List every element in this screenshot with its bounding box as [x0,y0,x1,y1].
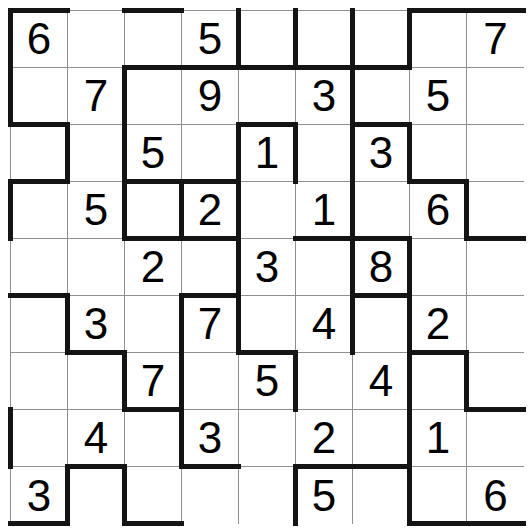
region-border-h-r5c1 [8,293,70,298]
cell-r5c7-given[interactable]: 8 [353,239,410,296]
cell-r5c6[interactable] [296,239,353,296]
cell-r6c7[interactable] [353,296,410,353]
cell-r2c6-given[interactable]: 3 [296,68,353,125]
region-border-v-c4r1 [236,8,241,70]
region-border-h-r1c6 [293,65,355,70]
cell-r3c8[interactable] [410,125,467,182]
cell-r7c8[interactable] [410,353,467,410]
outer-border-bottom-c1 [8,521,70,526]
cell-r5c2[interactable] [68,239,125,296]
outer-border-bottom-c8 [407,521,469,526]
region-border-h-r6c2 [65,350,127,355]
cell-r1c4-given[interactable]: 5 [182,11,239,68]
outer-border-bottom-c3 [122,521,184,526]
region-border-v-c6r2 [350,65,355,127]
cell-r9c3[interactable] [125,467,182,524]
cell-r2c2-given[interactable]: 7 [68,68,125,125]
cell-r2c4-given[interactable]: 9 [182,68,239,125]
region-border-v-c3r6 [179,293,184,355]
cell-r1c7[interactable] [353,11,410,68]
cell-r2c5[interactable] [239,68,296,125]
cell-r6c5[interactable] [239,296,296,353]
outer-border-top-c1 [8,8,70,13]
cell-r7c7-given[interactable]: 4 [353,353,410,410]
cell-r3c9[interactable] [467,125,524,182]
region-border-h-r5c4 [179,293,241,298]
region-border-v-c7r6 [407,293,412,355]
region-border-h-r7c9 [464,407,526,412]
cell-r7c4[interactable] [182,353,239,410]
region-border-v-c2r7 [122,350,127,412]
region-border-v-c5r7 [293,350,298,412]
cell-r8c4-given[interactable]: 3 [182,410,239,467]
region-border-v-c6r6 [350,293,355,355]
cell-r3c7-given[interactable]: 3 [353,125,410,182]
cell-r7c3-given[interactable]: 7 [125,353,182,410]
region-border-h-r3c3 [122,179,184,184]
cell-r8c9[interactable] [467,410,524,467]
outer-border-left-r2 [8,65,13,127]
cell-r4c8-given[interactable]: 6 [410,182,467,239]
region-border-v-c5r1 [293,8,298,70]
region-border-v-c7r7 [407,350,412,412]
region-border-h-r6c8 [407,350,469,355]
region-border-v-c2r9 [122,464,127,526]
region-border-h-r2c5 [236,122,298,127]
region-border-h-r4c6 [293,236,355,241]
region-border-h-r3c1 [8,179,70,184]
cell-r1c3[interactable] [125,11,182,68]
cell-r4c1[interactable] [11,182,68,239]
region-border-v-c3r4 [179,179,184,241]
sudoku-board: 6577935513521623837427544321356 [10,10,523,523]
region-border-v-c4r6 [236,293,241,355]
region-border-v-c6r3 [350,122,355,184]
region-border-v-c2r2 [122,65,127,127]
cell-r4c4-given[interactable]: 2 [182,182,239,239]
cell-r7c2[interactable] [68,353,125,410]
region-border-h-r4c9 [464,236,526,241]
region-border-v-c7r5 [407,236,412,298]
cell-r1c1-given[interactable]: 6 [11,11,68,68]
cell-r3c5-given[interactable]: 1 [239,125,296,182]
cell-r5c4[interactable] [182,239,239,296]
cell-r2c1[interactable] [11,68,68,125]
cell-r6c2-given[interactable]: 3 [68,296,125,353]
cell-r2c9[interactable] [467,68,524,125]
cell-r3c1[interactable] [11,125,68,182]
region-border-h-r3c8 [407,179,469,184]
region-border-v-c5r9 [293,464,298,526]
cell-r3c3-given[interactable]: 5 [125,125,182,182]
cell-r1c9-given[interactable]: 7 [467,11,524,68]
region-border-v-c3r8 [179,407,184,469]
cell-r9c7[interactable] [353,467,410,524]
cell-r6c8-given[interactable]: 2 [410,296,467,353]
region-border-v-c2r3 [122,122,127,184]
cell-r7c9[interactable] [467,353,524,410]
cell-r4c3[interactable] [125,182,182,239]
cell-r7c6[interactable] [296,353,353,410]
region-border-h-r5c7 [350,293,412,298]
cell-r6c6-given[interactable]: 4 [296,296,353,353]
cell-r3c4[interactable] [182,125,239,182]
cell-r1c6[interactable] [296,11,353,68]
outer-border-top-c9 [464,8,526,13]
cell-r8c6-given[interactable]: 2 [296,410,353,467]
cell-r6c3[interactable] [125,296,182,353]
cell-r5c1[interactable] [11,239,68,296]
cell-r7c5-given[interactable]: 5 [239,353,296,410]
region-border-h-r1c3 [122,65,184,70]
region-border-h-r6c5 [236,350,298,355]
region-border-v-c6r5 [350,236,355,298]
region-border-v-c2r4 [122,179,127,241]
outer-border-left-r1 [8,8,13,70]
cell-r3c6[interactable] [296,125,353,182]
region-border-h-r1c5 [236,65,298,70]
cell-r4c5[interactable] [239,182,296,239]
region-border-h-r8c4 [179,464,241,469]
region-border-h-r4c7 [350,236,412,241]
cell-r4c7[interactable] [353,182,410,239]
region-border-h-r2c1 [8,122,70,127]
region-border-h-r8c7 [350,464,412,469]
region-border-h-r8c6 [293,464,355,469]
cell-r7c1[interactable] [11,353,68,410]
region-border-v-c7r1 [407,8,412,70]
cell-r4c2-given[interactable]: 5 [68,182,125,239]
region-border-v-c6r4 [350,179,355,241]
region-border-v-c5r3 [293,122,298,184]
region-border-h-r2c7 [350,122,412,127]
cell-r9c2[interactable] [68,467,125,524]
cell-r3c2[interactable] [68,125,125,182]
region-border-v-c4r3 [236,122,241,184]
region-border-h-r4c3 [122,236,184,241]
cell-r1c8[interactable] [410,11,467,68]
sudoku-grid: 6577935513521623837427544321356 [10,10,523,523]
region-border-v-c4r5 [236,236,241,298]
outer-border-bottom-c9 [464,521,526,526]
cell-r4c9[interactable] [467,182,524,239]
region-border-v-c1r3 [65,122,70,184]
cell-r6c1[interactable] [11,296,68,353]
region-border-h-r4c4 [179,236,241,241]
cell-r9c5[interactable] [239,467,296,524]
region-border-v-c8r7 [464,350,469,412]
cell-r1c5[interactable] [239,11,296,68]
cell-r5c5-given[interactable]: 3 [239,239,296,296]
region-border-v-c1r9 [65,464,70,526]
cell-r5c3-given[interactable]: 2 [125,239,182,296]
region-border-h-r1c4 [179,65,241,70]
outer-border-left-r4 [8,179,13,241]
cell-r8c1[interactable] [11,410,68,467]
region-border-v-c7r9 [407,464,412,526]
cell-r8c8-given[interactable]: 1 [410,410,467,467]
region-border-v-c7r3 [407,122,412,184]
region-border-h-r7c3 [122,407,184,412]
cell-r8c2-given[interactable]: 4 [68,410,125,467]
outer-border-top-c8 [407,8,469,13]
outer-border-left-r8 [8,407,13,469]
cell-r8c5[interactable] [239,410,296,467]
region-border-h-r1c7 [350,65,412,70]
region-border-h-r8c2 [65,464,127,469]
region-border-v-c6r1 [350,8,355,70]
region-border-v-c8r4 [464,179,469,241]
cell-r8c3[interactable] [125,410,182,467]
cell-r1c2[interactable] [68,11,125,68]
cell-r8c7[interactable] [353,410,410,467]
region-border-v-c1r6 [65,293,70,355]
cell-r9c4[interactable] [182,467,239,524]
cell-r4c6-given[interactable]: 1 [296,182,353,239]
cell-r9c6-given[interactable]: 5 [296,467,353,524]
cell-r2c8-given[interactable]: 5 [410,68,467,125]
region-border-v-c3r7 [179,350,184,412]
cell-r5c8[interactable] [410,239,467,296]
cell-r6c9[interactable] [467,296,524,353]
cell-r9c9-given[interactable]: 6 [467,467,524,524]
region-border-v-c4r4 [236,179,241,241]
cell-r2c7[interactable] [353,68,410,125]
region-border-h-r3c4 [179,179,241,184]
cell-r2c3[interactable] [125,68,182,125]
cell-r5c9[interactable] [467,239,524,296]
cell-r9c8[interactable] [410,467,467,524]
region-border-v-c7r8 [407,407,412,469]
outer-border-top-c3 [122,8,184,13]
cell-r9c1-given[interactable]: 3 [11,467,68,524]
cell-r6c4-given[interactable]: 7 [182,296,239,353]
